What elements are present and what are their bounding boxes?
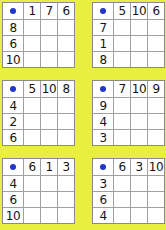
answer-cell[interactable] <box>41 208 57 223</box>
header-cell: 5 <box>114 3 130 19</box>
operator-cell <box>3 81 23 97</box>
answer-cell[interactable] <box>58 52 74 67</box>
addition-grid-5: 6 1 3 4 6 10 <box>2 158 75 224</box>
answer-cell[interactable] <box>131 114 147 129</box>
operator-cell <box>93 3 113 19</box>
operator-cell <box>93 159 113 175</box>
answer-cell[interactable] <box>114 114 130 129</box>
row-label-cell: 4 <box>93 114 113 129</box>
answer-cell[interactable] <box>24 20 40 35</box>
header-cell: 10 <box>131 3 147 19</box>
answer-cell[interactable] <box>131 36 147 51</box>
row-label-cell: 10 <box>3 208 23 223</box>
answer-cell[interactable] <box>41 114 57 129</box>
answer-cell[interactable] <box>58 36 74 51</box>
addition-grid-6: 6 3 10 3 6 4 <box>92 158 165 224</box>
answer-cell[interactable] <box>58 130 74 145</box>
answer-cell[interactable] <box>114 20 130 35</box>
answer-cell[interactable] <box>114 176 130 191</box>
operator-cell <box>3 3 23 19</box>
answer-cell[interactable] <box>148 176 164 191</box>
answer-cell[interactable] <box>24 36 40 51</box>
answer-cell[interactable] <box>148 192 164 207</box>
row-label-cell: 4 <box>93 208 113 223</box>
header-cell: 1 <box>24 3 40 19</box>
answer-cell[interactable] <box>41 192 57 207</box>
row-label-cell: 7 <box>93 20 113 35</box>
answer-cell[interactable] <box>114 130 130 145</box>
answer-cell[interactable] <box>148 52 164 67</box>
operator-dot-icon <box>10 8 16 14</box>
row-label-cell: 6 <box>3 130 23 145</box>
worksheet: 1 7 6 8 6 10 5 10 6 7 1 8 5 <box>0 0 166 224</box>
operator-cell <box>93 81 113 97</box>
addition-grid-1: 1 7 6 8 6 10 <box>2 2 75 68</box>
answer-cell[interactable] <box>58 208 74 223</box>
answer-cell[interactable] <box>41 98 57 113</box>
answer-cell[interactable] <box>131 20 147 35</box>
operator-dot-icon <box>100 164 106 170</box>
answer-cell[interactable] <box>114 208 130 223</box>
answer-cell[interactable] <box>131 208 147 223</box>
row-label-cell: 2 <box>3 114 23 129</box>
answer-cell[interactable] <box>41 176 57 191</box>
header-cell: 8 <box>58 81 74 97</box>
answer-cell[interactable] <box>131 52 147 67</box>
answer-cell[interactable] <box>58 192 74 207</box>
header-cell: 9 <box>148 81 164 97</box>
answer-cell[interactable] <box>41 52 57 67</box>
header-cell: 10 <box>131 81 147 97</box>
answer-cell[interactable] <box>114 52 130 67</box>
answer-cell[interactable] <box>41 36 57 51</box>
header-cell: 3 <box>58 159 74 175</box>
row-label-cell: 3 <box>93 130 113 145</box>
answer-cell[interactable] <box>148 98 164 113</box>
row-label-cell: 8 <box>3 20 23 35</box>
answer-cell[interactable] <box>58 176 74 191</box>
answer-cell[interactable] <box>24 98 40 113</box>
addition-grid-3: 5 10 8 4 2 6 <box>2 80 75 146</box>
header-cell: 6 <box>58 3 74 19</box>
answer-cell[interactable] <box>24 130 40 145</box>
answer-cell[interactable] <box>114 36 130 51</box>
operator-cell <box>3 159 23 175</box>
answer-cell[interactable] <box>24 114 40 129</box>
row-label-cell: 4 <box>3 176 23 191</box>
row-label-cell: 3 <box>93 176 113 191</box>
answer-cell[interactable] <box>148 20 164 35</box>
answer-cell[interactable] <box>24 208 40 223</box>
answer-cell[interactable] <box>58 114 74 129</box>
operator-dot-icon <box>10 164 16 170</box>
row-label-cell: 10 <box>3 52 23 67</box>
addition-grid-2: 5 10 6 7 1 8 <box>92 2 165 68</box>
operator-dot-icon <box>10 86 16 92</box>
header-cell: 1 <box>41 159 57 175</box>
header-cell: 5 <box>24 81 40 97</box>
row-label-cell: 6 <box>3 36 23 51</box>
answer-cell[interactable] <box>41 130 57 145</box>
row-label-cell: 8 <box>93 52 113 67</box>
header-cell: 6 <box>148 3 164 19</box>
answer-cell[interactable] <box>41 20 57 35</box>
answer-cell[interactable] <box>114 98 130 113</box>
header-cell: 10 <box>148 159 164 175</box>
header-cell: 10 <box>41 81 57 97</box>
answer-cell[interactable] <box>148 36 164 51</box>
header-cell: 3 <box>131 159 147 175</box>
operator-dot-icon <box>100 86 106 92</box>
answer-cell[interactable] <box>131 130 147 145</box>
operator-dot-icon <box>100 8 106 14</box>
answer-cell[interactable] <box>24 52 40 67</box>
answer-cell[interactable] <box>58 20 74 35</box>
header-cell: 6 <box>24 159 40 175</box>
answer-cell[interactable] <box>131 192 147 207</box>
answer-cell[interactable] <box>148 114 164 129</box>
answer-cell[interactable] <box>148 130 164 145</box>
row-label-cell: 4 <box>3 98 23 113</box>
answer-cell[interactable] <box>148 208 164 223</box>
answer-cell[interactable] <box>24 192 40 207</box>
header-cell: 6 <box>114 159 130 175</box>
addition-grid-4: 7 10 9 9 4 3 <box>92 80 165 146</box>
answer-cell[interactable] <box>114 192 130 207</box>
answer-cell[interactable] <box>58 98 74 113</box>
row-label-cell: 1 <box>93 36 113 51</box>
answer-cell[interactable] <box>131 98 147 113</box>
row-label-cell: 6 <box>3 192 23 207</box>
header-cell: 7 <box>114 81 130 97</box>
header-cell: 7 <box>41 3 57 19</box>
answer-cell[interactable] <box>24 176 40 191</box>
row-label-cell: 6 <box>93 192 113 207</box>
answer-cell[interactable] <box>131 176 147 191</box>
row-label-cell: 9 <box>93 98 113 113</box>
